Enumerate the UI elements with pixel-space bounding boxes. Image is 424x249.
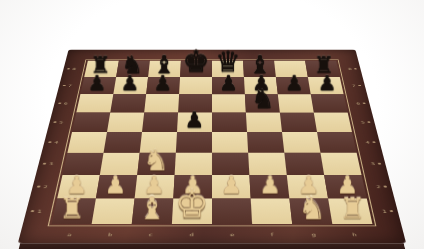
rank-label-2-left: 2 xyxy=(43,185,48,189)
rank-label-7-right: 7 xyxy=(352,84,356,87)
square-f4[interactable] xyxy=(247,132,284,153)
piece-white-rook-h1[interactable]: ♜ xyxy=(332,195,372,224)
piece-black-pawn-d5[interactable]: ♟ xyxy=(177,109,212,131)
square-f5[interactable] xyxy=(246,113,282,132)
product-photo-scene: ♜♞♝♚♛♝♜♟♟♟♟♟♟♟♞♟♞♟♟♟♟♟♟♟♟♜♝♚♞♜ abcdefgh1… xyxy=(0,0,424,249)
frame-marker-dot xyxy=(367,121,370,123)
frame-marker-dot xyxy=(58,102,61,104)
square-f2[interactable]: ♟ xyxy=(249,175,289,199)
square-g5[interactable] xyxy=(280,113,317,132)
rank-label-3-right: 3 xyxy=(370,162,375,166)
rank-label-6-right: 6 xyxy=(356,102,360,105)
file-label-h: h xyxy=(352,232,357,237)
square-g4[interactable] xyxy=(282,132,320,153)
file-label-a: a xyxy=(67,232,72,237)
frame-marker-dot xyxy=(43,162,47,164)
square-e5[interactable] xyxy=(212,113,247,132)
piece-white-rook-a1[interactable]: ♜ xyxy=(52,195,92,224)
piece-black-pawn-e7[interactable]: ♟ xyxy=(212,73,245,94)
frame-marker-dot xyxy=(63,85,66,86)
square-a4[interactable] xyxy=(67,132,107,153)
square-h5[interactable] xyxy=(314,113,352,132)
piece-black-king-d8[interactable]: ♚ xyxy=(180,46,212,76)
square-d1[interactable]: ♚ xyxy=(172,199,212,224)
frame-marker-dot xyxy=(48,141,51,143)
square-e2[interactable]: ♟ xyxy=(212,175,251,199)
file-label-f: f xyxy=(271,232,274,237)
frame-marker-dot xyxy=(378,162,382,164)
square-a5[interactable] xyxy=(72,113,110,132)
piece-white-knight-g1[interactable]: ♞ xyxy=(292,192,332,223)
piece-white-pawn-f2[interactable]: ♟ xyxy=(251,174,290,198)
frame-marker-dot xyxy=(389,210,393,212)
piece-black-pawn-g7[interactable]: ♟ xyxy=(278,73,311,94)
file-label-g: g xyxy=(311,232,316,237)
square-c5[interactable] xyxy=(142,113,178,132)
piece-black-pawn-a7[interactable]: ♟ xyxy=(80,73,113,94)
frame-marker-dot xyxy=(383,185,387,187)
square-a7[interactable]: ♟ xyxy=(80,77,116,94)
square-g1[interactable]: ♞ xyxy=(289,199,332,224)
square-h6[interactable] xyxy=(311,94,348,112)
square-h7[interactable]: ♟ xyxy=(308,77,344,94)
frame-marker-dot xyxy=(53,121,56,123)
square-h4[interactable] xyxy=(317,132,357,153)
rank-label-7-left: 7 xyxy=(68,84,72,87)
square-e4[interactable] xyxy=(212,132,248,153)
square-b4[interactable] xyxy=(104,132,142,153)
square-b5[interactable] xyxy=(107,113,144,132)
rank-label-5-right: 5 xyxy=(360,120,365,123)
file-label-c: c xyxy=(148,232,152,237)
piece-white-knight-c3[interactable]: ♞ xyxy=(137,145,174,174)
rank-label-5-left: 5 xyxy=(59,120,64,123)
chessboard-frame: ♜♞♝♚♛♝♜♟♟♟♟♟♟♟♞♟♞♟♟♟♟♟♟♟♟♜♝♚♞♜ abcdefgh1… xyxy=(18,50,406,244)
rank-label-6-left: 6 xyxy=(64,102,68,105)
square-e7[interactable]: ♟ xyxy=(212,77,245,94)
square-b1[interactable] xyxy=(92,199,135,224)
chessboard-squares: ♜♞♝♚♛♝♜♟♟♟♟♟♟♟♞♟♞♟♟♟♟♟♟♟♟♜♝♚♞♜ xyxy=(52,61,373,224)
square-a1[interactable]: ♜ xyxy=(52,199,96,224)
square-a6[interactable] xyxy=(76,94,113,112)
rank-label-8-right: 8 xyxy=(348,67,352,70)
rank-label-8-left: 8 xyxy=(72,67,76,70)
piece-black-knight-f6[interactable]: ♞ xyxy=(246,86,280,112)
file-label-d: d xyxy=(189,232,194,237)
rank-label-3-left: 3 xyxy=(49,162,54,166)
square-c7[interactable]: ♟ xyxy=(146,77,180,94)
piece-white-pawn-e2[interactable]: ♟ xyxy=(212,174,251,198)
square-b7[interactable]: ♟ xyxy=(113,77,148,94)
rank-label-2-right: 2 xyxy=(376,185,381,189)
frame-marker-dot xyxy=(372,141,375,143)
square-d4[interactable] xyxy=(176,132,212,153)
square-h1[interactable]: ♜ xyxy=(328,199,372,224)
frame-marker-dot xyxy=(67,68,70,69)
piece-white-bishop-c1[interactable]: ♝ xyxy=(132,192,172,223)
piece-black-pawn-c7[interactable]: ♟ xyxy=(146,73,179,94)
rank-label-1-left: 1 xyxy=(37,209,42,213)
frame-marker-dot xyxy=(358,85,361,86)
square-d5[interactable]: ♟ xyxy=(177,113,212,132)
square-g7[interactable]: ♟ xyxy=(276,77,311,94)
frame-marker-dot xyxy=(31,210,35,212)
square-e6[interactable] xyxy=(212,94,246,112)
square-f1[interactable] xyxy=(251,199,293,224)
piece-white-pawn-b2[interactable]: ♟ xyxy=(96,174,135,198)
file-label-e: e xyxy=(230,232,234,237)
square-b6[interactable] xyxy=(110,94,146,112)
file-label-b: b xyxy=(108,232,113,237)
square-c6[interactable] xyxy=(144,94,179,112)
piece-black-pawn-h7[interactable]: ♟ xyxy=(311,73,344,94)
piece-white-king-d1[interactable]: ♚ xyxy=(172,185,212,223)
square-f6[interactable]: ♞ xyxy=(245,94,280,112)
piece-black-pawn-b7[interactable]: ♟ xyxy=(113,73,146,94)
square-g6[interactable] xyxy=(278,94,314,112)
frame-marker-dot xyxy=(354,68,357,69)
square-d7[interactable] xyxy=(179,77,212,94)
frame-marker-dot xyxy=(363,102,366,104)
rank-label-4-left: 4 xyxy=(54,140,59,144)
rank-label-4-right: 4 xyxy=(365,140,370,144)
square-c1[interactable]: ♝ xyxy=(132,199,174,224)
frame-marker-dot xyxy=(37,185,41,187)
square-e1[interactable] xyxy=(212,199,252,224)
square-d8[interactable]: ♚ xyxy=(180,61,212,77)
chessboard-perspective-wrap: ♜♞♝♚♛♝♜♟♟♟♟♟♟♟♞♟♞♟♟♟♟♟♟♟♟♜♝♚♞♜ abcdefgh1… xyxy=(18,50,406,244)
rank-label-1-right: 1 xyxy=(382,209,387,213)
